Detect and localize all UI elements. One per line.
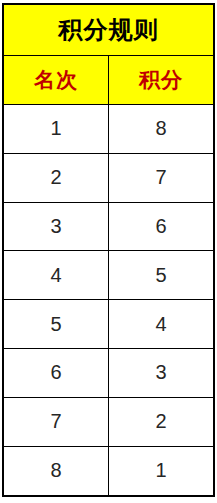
points-cell: 5 xyxy=(109,251,215,300)
table-row: 81 xyxy=(3,446,214,496)
table-title: 积分规则 xyxy=(3,4,214,56)
points-cell: 3 xyxy=(109,349,215,398)
rank-cell: 7 xyxy=(3,397,109,446)
points-cell: 1 xyxy=(109,446,215,496)
table-row: 54 xyxy=(3,300,214,349)
rank-cell: 5 xyxy=(3,300,109,349)
rank-cell: 1 xyxy=(3,105,109,154)
column-header-row: 名次 积分 xyxy=(3,56,214,105)
points-cell: 2 xyxy=(109,397,215,446)
table-row: 72 xyxy=(3,397,214,446)
points-cell: 8 xyxy=(109,105,215,154)
rank-cell: 4 xyxy=(3,251,109,300)
rank-cell: 3 xyxy=(3,202,109,251)
table-row: 27 xyxy=(3,153,214,202)
title-row: 积分规则 xyxy=(3,4,214,56)
column-header-rank: 名次 xyxy=(3,56,109,105)
rank-cell: 2 xyxy=(3,153,109,202)
page: 积分规则 名次 积分 1827364554637281 xyxy=(0,0,217,503)
points-cell: 6 xyxy=(109,202,215,251)
points-cell: 4 xyxy=(109,300,215,349)
table-row: 36 xyxy=(3,202,214,251)
table-row: 18 xyxy=(3,105,214,154)
rank-cell: 6 xyxy=(3,349,109,398)
table-body: 1827364554637281 xyxy=(3,105,214,497)
points-cell: 7 xyxy=(109,153,215,202)
table-row: 45 xyxy=(3,251,214,300)
table-row: 63 xyxy=(3,349,214,398)
score-rules-table: 积分规则 名次 积分 1827364554637281 xyxy=(2,3,215,497)
rank-cell: 8 xyxy=(3,446,109,496)
column-header-points: 积分 xyxy=(109,56,215,105)
